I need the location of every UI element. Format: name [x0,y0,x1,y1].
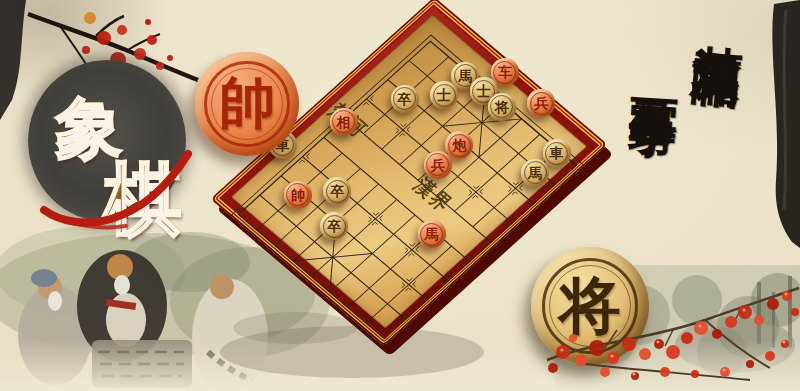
board-piece-red: 相 [330,108,358,136]
piece-glyph: 馬 [458,69,472,83]
piece-glyph: 兵 [534,96,548,110]
big-red-general-piece: 帥 [195,52,299,156]
piece-glyph: 士 [437,88,451,102]
piece-glyph: 将 [495,100,509,114]
piece-glyph: 卒 [327,219,341,233]
logo-red-swoosh [30,138,205,238]
board-piece-black: 士 [430,81,458,109]
piece-glyph: 炮 [452,138,466,152]
piece-glyph: 相 [337,115,351,129]
piece-glyph: 士 [477,84,491,98]
piece-glyph: 馬 [528,166,542,180]
ink-stroke-right [772,0,800,248]
board-piece-red: 兵 [424,151,452,179]
board-piece-black: 馬 [521,159,549,187]
piece-glyph: 卒 [398,92,412,106]
board-piece-black: 卒 [391,85,419,113]
piece-glyph: 馬 [425,227,439,241]
ink-stroke-left [0,0,26,120]
piece-glyph: 卒 [330,184,344,198]
piece-glyph: 车 [498,65,512,79]
board-piece-red: 馬 [418,220,446,248]
board-piece-black: 車 [543,139,571,167]
splash-banner: 楚河 漢界 车兵馬士将車士馬卒炮兵相馬車卒帥卒 帥 将 象 棋 楚河汉界相隔 万… [0,0,800,391]
board-piece-black: 将 [488,93,516,121]
piece-glyph: 帥 [291,188,305,202]
piece-glyph: 兵 [431,158,445,172]
piece-glyph: 帥 [219,66,275,142]
board-piece-red: 帥 [284,181,312,209]
piece-glyph: 車 [550,146,564,160]
